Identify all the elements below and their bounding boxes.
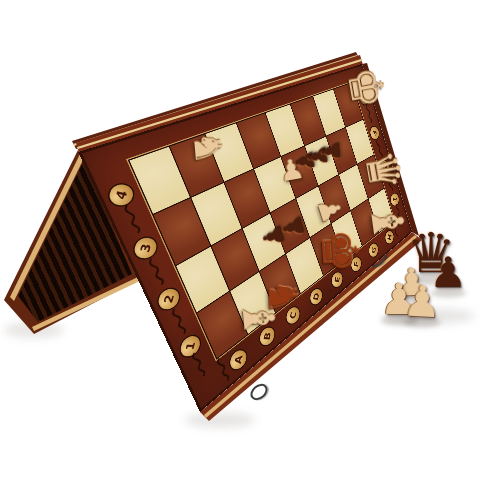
floor-shadow-board xyxy=(185,412,255,428)
product-photo-chess-tent: 43214321ABCDEFGH ♞♚♟♟♟♟♛♟♟♟♝♚♞♝♛♟♟♟♟ xyxy=(0,0,500,500)
piece-light-king: ♚ xyxy=(340,63,392,112)
file-label-D: D xyxy=(308,287,324,306)
piece-amber-king: ♚ xyxy=(313,227,366,275)
piece-light-queen: ♛ xyxy=(358,147,409,195)
piece-light-bishop: ♝ xyxy=(235,298,281,340)
piece-light-knight: ♞ xyxy=(187,129,228,166)
piece-light-pawn: ♟ xyxy=(402,279,443,324)
piece-light-bishop: ♝ xyxy=(363,201,411,245)
filigree-scroll-icon xyxy=(117,201,149,241)
piece-dark-pawn: ♟ xyxy=(318,139,344,163)
